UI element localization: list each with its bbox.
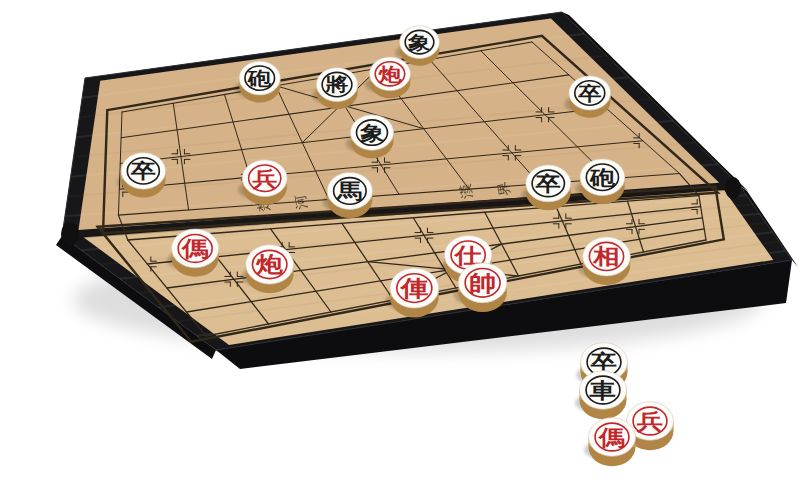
svg-text:砲: 砲	[247, 67, 272, 89]
svg-text:帥: 帥	[469, 270, 496, 296]
svg-text:俥: 俥	[399, 275, 429, 301]
svg-text:相: 相	[592, 244, 620, 270]
svg-text:馬: 馬	[336, 180, 362, 203]
svg-text:炮: 炮	[255, 252, 283, 278]
svg-text:漢: 漢	[457, 183, 475, 200]
svg-text:卒: 卒	[535, 172, 561, 195]
svg-text:傌: 傌	[181, 236, 209, 261]
svg-text:炮: 炮	[377, 64, 402, 86]
svg-text:卒: 卒	[130, 159, 156, 182]
svg-text:象: 象	[359, 122, 384, 144]
svg-text:砲: 砲	[589, 166, 615, 189]
xiangqi-board: 楚河漢界象炮砲將卒象卒砲兵卒馬傌仕相炮帥俥卒車兵傌	[0, 0, 800, 496]
svg-text:將: 將	[324, 73, 348, 95]
product-photo-scene: 楚河漢界象炮砲將卒象卒砲兵卒馬傌仕相炮帥俥卒車兵傌	[0, 0, 800, 496]
svg-text:卒: 卒	[577, 82, 601, 104]
svg-text:兵: 兵	[637, 409, 663, 434]
svg-text:車: 車	[590, 378, 616, 403]
svg-text:界: 界	[495, 180, 513, 197]
svg-text:河: 河	[292, 193, 310, 210]
svg-text:象: 象	[407, 32, 431, 54]
svg-text:兵: 兵	[251, 167, 277, 190]
svg-text:傌: 傌	[598, 425, 625, 450]
